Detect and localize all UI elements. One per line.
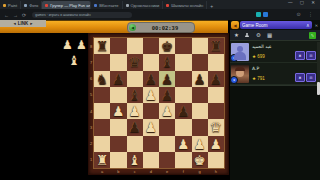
message-button[interactable]: ✉ bbox=[306, 51, 316, 60]
white-rook[interactable]: ♜ bbox=[96, 152, 108, 168]
square-f4[interactable]: ♟ bbox=[175, 103, 191, 119]
back-icon[interactable]: ← bbox=[4, 12, 9, 18]
screenshot-stage: PaintФотоГрупер — Play Fun and Elite✕ВКо… bbox=[0, 0, 320, 180]
blue-extension-icon[interactable] bbox=[263, 12, 268, 17]
black-pawn[interactable]: ♟ bbox=[145, 71, 157, 87]
square-b8[interactable] bbox=[110, 38, 126, 54]
avatar: ★ bbox=[231, 43, 249, 61]
square-c6[interactable] bbox=[127, 71, 143, 87]
message-button[interactable]: ✉ bbox=[306, 73, 316, 82]
square-g2[interactable]: ♟ bbox=[192, 136, 208, 152]
file-labels: abcdefgh bbox=[94, 168, 224, 174]
file-label: b bbox=[110, 168, 126, 174]
tab-label: Групер — Play Fun and Elite bbox=[50, 3, 91, 8]
square-a6[interactable]: ♞ bbox=[94, 71, 110, 87]
square-c4[interactable]: ♟ bbox=[127, 103, 143, 119]
file-label: a bbox=[94, 168, 110, 174]
square-d2[interactable] bbox=[143, 136, 159, 152]
forward-icon[interactable]: → bbox=[13, 12, 18, 18]
square-f6[interactable] bbox=[175, 71, 191, 87]
white-pawn[interactable]: ♟ bbox=[145, 119, 157, 135]
square-c3[interactable]: ♟ bbox=[127, 119, 143, 135]
square-h3[interactable]: ♛ bbox=[208, 119, 224, 135]
captured-piece: ♝ bbox=[68, 53, 80, 68]
sidebar-title-strip: Game Room ∧ bbox=[240, 21, 312, 29]
square-d4[interactable] bbox=[143, 103, 159, 119]
address-bar[interactable]: games · играть в шахматы онлайн bbox=[32, 12, 132, 18]
avatar: ★ bbox=[231, 65, 249, 83]
square-e7[interactable]: ♝ bbox=[159, 54, 175, 70]
link-chip[interactable]: ◂ LINK ▸ bbox=[0, 20, 46, 27]
back-button[interactable]: ◀ bbox=[231, 21, 239, 29]
rank-label: 4 bbox=[89, 103, 93, 119]
edit-icon[interactable]: ✎ bbox=[309, 32, 316, 39]
rank-label: 8 bbox=[89, 38, 93, 54]
tab-label: Фото bbox=[29, 3, 38, 8]
sidebar-toolbar: ★ ⚙ ▦ ✎ bbox=[230, 30, 320, 40]
square-h8[interactable]: ♜ bbox=[208, 38, 224, 54]
game-timer: ◀ 00:02:39 bbox=[127, 22, 195, 33]
browser-tab[interactable]: Групер — Play Fun and Elite✕ bbox=[42, 1, 91, 9]
black-rook[interactable]: ♜ bbox=[210, 38, 222, 54]
square-e2[interactable] bbox=[159, 136, 175, 152]
browser-tab[interactable]: Paint bbox=[0, 1, 21, 9]
white-pawn[interactable]: ♟ bbox=[145, 87, 157, 103]
square-a8[interactable]: ♜ bbox=[94, 38, 110, 54]
player-name: А.Р bbox=[252, 66, 295, 71]
square-h5[interactable] bbox=[208, 87, 224, 103]
square-f7[interactable] bbox=[175, 54, 191, 70]
square-c1[interactable]: ♝ bbox=[127, 152, 143, 168]
browser-menu-icons[interactable]: ⊙ ⋮ bbox=[296, 11, 316, 17]
black-king[interactable]: ♚ bbox=[161, 38, 173, 54]
square-e5[interactable]: ♟ bbox=[159, 87, 175, 103]
square-e4[interactable]: ♟ bbox=[159, 103, 175, 119]
avatar-star-badge: ★ bbox=[230, 76, 238, 84]
browser-tab-bar: PaintФотоГрупер — Play Fun and Elite✕ВКо… bbox=[0, 0, 320, 9]
square-b1[interactable] bbox=[110, 152, 126, 168]
black-pawn[interactable]: ♟ bbox=[161, 71, 173, 87]
extension-badges[interactable] bbox=[256, 12, 268, 17]
square-h7[interactable] bbox=[208, 54, 224, 70]
gear-icon[interactable]: ⚙ bbox=[256, 32, 261, 38]
tab-label: Шахматы онлайн bbox=[171, 3, 203, 8]
square-d3[interactable]: ♟ bbox=[143, 119, 159, 135]
link-right-arrow-icon[interactable]: ▸ bbox=[30, 21, 32, 26]
player-sidebar: ◀ Game Room ∧ ✕ ★ ⚙ ▦ ✎ ★عبد الحميد★ 699… bbox=[230, 20, 320, 180]
square-d8[interactable] bbox=[143, 38, 159, 54]
timer-back-icon[interactable]: ◀ bbox=[129, 24, 136, 31]
square-b2[interactable] bbox=[110, 136, 126, 152]
player-row[interactable]: ★عبد الحميد★ 699✖✉ bbox=[230, 41, 320, 63]
square-b5[interactable] bbox=[110, 87, 126, 103]
square-d7[interactable] bbox=[143, 54, 159, 70]
file-label: h bbox=[208, 168, 224, 174]
tab-label: Paint bbox=[8, 3, 17, 8]
chess-board[interactable]: ♜♚♜♛♝♞♟♟♟♟♟♝♟♟♟♟♟♟♟♟♛♟♟♟♜♝♚ bbox=[94, 38, 224, 168]
browser-tab[interactable]: ВКонтакте bbox=[91, 1, 122, 9]
sidebar-title-bar: ◀ Game Room ∧ ✕ bbox=[230, 20, 320, 30]
black-queen[interactable]: ♛ bbox=[129, 54, 141, 70]
rank-label: 7 bbox=[89, 54, 93, 70]
square-g3[interactable] bbox=[192, 119, 208, 135]
white-pawn[interactable]: ♟ bbox=[177, 136, 189, 152]
white-bishop[interactable]: ♝ bbox=[129, 152, 141, 168]
white-pawn[interactable]: ♟ bbox=[112, 103, 124, 119]
square-a7[interactable] bbox=[94, 54, 110, 70]
square-g5[interactable] bbox=[192, 87, 208, 103]
square-a2[interactable] bbox=[94, 136, 110, 152]
square-c8[interactable] bbox=[127, 38, 143, 54]
square-b7[interactable] bbox=[110, 54, 126, 70]
square-e1[interactable] bbox=[159, 152, 175, 168]
square-f8[interactable] bbox=[175, 38, 191, 54]
captured-piece: ♟ bbox=[62, 38, 73, 52]
square-b6[interactable]: ♟ bbox=[110, 71, 126, 87]
file-label: f bbox=[175, 168, 191, 174]
square-a3[interactable] bbox=[94, 119, 110, 135]
player-row[interactable]: ★А.Р★ 791✖✉ bbox=[230, 63, 320, 85]
square-h1[interactable] bbox=[208, 152, 224, 168]
browser-tab[interactable]: Шахматы онлайн bbox=[163, 1, 207, 9]
player-rating: ★ 791 bbox=[252, 76, 295, 81]
square-g1[interactable]: ♚ bbox=[192, 152, 208, 168]
browser-nav-bar: ← → ⟳ games · играть в шахматы онлайн bbox=[0, 9, 320, 20]
window-controls[interactable]: — ▢ ✕ bbox=[288, 0, 318, 5]
tab-favicon bbox=[45, 4, 48, 7]
dismiss-button[interactable]: ✖ bbox=[295, 51, 305, 60]
black-rook[interactable]: ♜ bbox=[96, 38, 108, 54]
dismiss-button[interactable]: ✖ bbox=[295, 73, 305, 82]
square-d6[interactable]: ♟ bbox=[143, 71, 159, 87]
square-h6[interactable]: ♟ bbox=[208, 71, 224, 87]
star-icon[interactable]: ★ bbox=[234, 32, 239, 38]
black-bishop[interactable]: ♝ bbox=[129, 87, 141, 103]
captured-piece: ♟ bbox=[76, 38, 87, 52]
square-c2[interactable] bbox=[127, 136, 143, 152]
file-label: e bbox=[159, 168, 175, 174]
rank-label: 5 bbox=[89, 87, 93, 103]
square-f5[interactable] bbox=[175, 87, 191, 103]
square-e8[interactable]: ♚ bbox=[159, 38, 175, 54]
black-pawn[interactable]: ♟ bbox=[161, 87, 173, 103]
timer-value: 00:02:39 bbox=[136, 25, 194, 31]
square-a5[interactable] bbox=[94, 87, 110, 103]
link-left-arrow-icon[interactable]: ◂ bbox=[13, 21, 15, 26]
square-a4[interactable] bbox=[94, 103, 110, 119]
teal-extension-icon[interactable] bbox=[256, 12, 261, 17]
file-label: g bbox=[192, 168, 208, 174]
square-c5[interactable]: ♝ bbox=[127, 87, 143, 103]
square-h4[interactable] bbox=[208, 103, 224, 119]
sidebar-title: Game Room bbox=[242, 23, 305, 28]
square-d5[interactable]: ♟ bbox=[143, 87, 159, 103]
browser-tab[interactable]: Одноклассники bbox=[123, 1, 164, 9]
rank-label: 3 bbox=[89, 119, 93, 135]
tab-favicon bbox=[3, 4, 6, 7]
tab-label: Одноклассники bbox=[131, 3, 160, 8]
file-label: d bbox=[143, 168, 159, 174]
link-label: LINK bbox=[18, 21, 29, 26]
black-pawn[interactable]: ♟ bbox=[210, 71, 222, 87]
black-pawn[interactable]: ♟ bbox=[194, 71, 206, 87]
collapse-icon[interactable]: ∧ bbox=[306, 22, 310, 28]
square-b4[interactable]: ♟ bbox=[110, 103, 126, 119]
square-g7[interactable] bbox=[192, 54, 208, 70]
square-f3[interactable] bbox=[175, 119, 191, 135]
board-icon[interactable]: ▦ bbox=[267, 32, 272, 38]
square-b3[interactable] bbox=[110, 119, 126, 135]
tab-favicon bbox=[24, 4, 27, 7]
rank-label: 2 bbox=[89, 136, 93, 152]
black-knight[interactable]: ♞ bbox=[96, 71, 108, 87]
white-pawn[interactable]: ♟ bbox=[161, 103, 173, 119]
board-frame: 87654321 ♜♚♜♛♝♞♟♟♟♟♟♝♟♟♟♟♟♟♟♟♛♟♟♟♜♝♚ abc… bbox=[88, 33, 229, 175]
player-list: ★عبد الحميد★ 699✖✉★А.Р★ 791✖✉ bbox=[230, 40, 320, 86]
browser-tab[interactable]: Фото bbox=[21, 1, 42, 9]
player-rating: ★ 699 bbox=[252, 54, 295, 59]
reload-icon[interactable]: ⟳ bbox=[22, 12, 26, 18]
square-e3[interactable] bbox=[159, 119, 175, 135]
square-h2[interactable]: ♟ bbox=[208, 136, 224, 152]
avatar-star-badge: ★ bbox=[230, 54, 238, 62]
black-pawn[interactable]: ♟ bbox=[112, 71, 124, 87]
player-name: عبد الحميد bbox=[252, 44, 295, 49]
tab-favicon bbox=[166, 4, 169, 7]
square-f2[interactable]: ♟ bbox=[175, 136, 191, 152]
rank-labels: 87654321 bbox=[89, 38, 93, 168]
square-a1[interactable]: ♜ bbox=[94, 152, 110, 168]
rank-label: 1 bbox=[89, 152, 93, 168]
white-queen[interactable]: ♛ bbox=[210, 119, 222, 135]
white-pawn[interactable]: ♟ bbox=[129, 103, 141, 119]
black-pawn[interactable]: ♟ bbox=[177, 103, 189, 119]
person-icon[interactable] bbox=[245, 33, 250, 38]
file-label: c bbox=[127, 168, 143, 174]
rank-label: 6 bbox=[89, 71, 93, 87]
close-icon[interactable]: ✕ bbox=[313, 23, 320, 28]
black-pawn[interactable]: ♟ bbox=[129, 119, 141, 135]
white-pawn[interactable]: ♟ bbox=[210, 136, 222, 152]
white-king[interactable]: ♚ bbox=[194, 152, 206, 168]
square-d1[interactable] bbox=[143, 152, 159, 168]
square-f1[interactable] bbox=[175, 152, 191, 168]
square-e6[interactable]: ♟ bbox=[159, 71, 175, 87]
square-g6[interactable]: ♟ bbox=[192, 71, 208, 87]
black-bishop[interactable]: ♝ bbox=[161, 54, 173, 70]
square-g8[interactable] bbox=[192, 38, 208, 54]
tab-label: ВКонтакте bbox=[99, 3, 118, 8]
square-g4[interactable] bbox=[192, 103, 208, 119]
square-c7[interactable]: ♛ bbox=[127, 54, 143, 70]
tab-favicon bbox=[126, 4, 129, 7]
white-pawn[interactable]: ♟ bbox=[194, 136, 206, 152]
tab-favicon bbox=[94, 4, 97, 7]
